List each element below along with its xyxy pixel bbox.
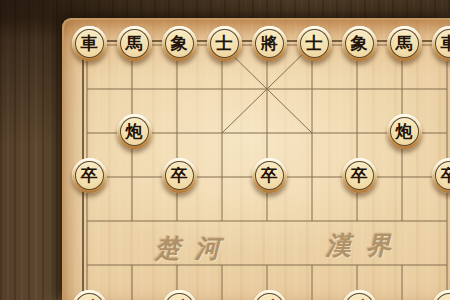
piece-black-advisor[interactable]: 士 <box>207 26 242 61</box>
piece-character: 將 <box>261 34 278 51</box>
piece-black-soldier[interactable]: 卒 <box>162 158 197 193</box>
piece-character: 卒 <box>441 166 450 183</box>
piece-face: 將 <box>255 29 284 58</box>
piece-face: 兵 <box>165 293 194 300</box>
piece-character: 炮 <box>126 122 143 139</box>
piece-character: 車 <box>441 34 450 51</box>
piece-face: 象 <box>345 29 374 58</box>
piece-character: 卒 <box>171 166 188 183</box>
board-grid <box>64 20 450 300</box>
piece-character: 士 <box>306 34 323 51</box>
piece-black-soldier[interactable]: 卒 <box>342 158 377 193</box>
piece-face: 士 <box>210 29 239 58</box>
piece-character: 炮 <box>396 122 413 139</box>
piece-character: 象 <box>171 34 188 51</box>
piece-black-horse[interactable]: 馬 <box>117 26 152 61</box>
piece-face: 卒 <box>255 161 284 190</box>
piece-black-soldier[interactable]: 卒 <box>252 158 287 193</box>
piece-black-soldier[interactable]: 卒 <box>72 158 107 193</box>
piece-face: 兵 <box>345 293 374 300</box>
piece-face: 馬 <box>120 29 149 58</box>
piece-black-general[interactable]: 將 <box>252 26 287 61</box>
piece-black-elephant[interactable]: 象 <box>162 26 197 61</box>
piece-face: 兵 <box>435 293 450 300</box>
piece-face: 炮 <box>120 117 149 146</box>
piece-black-cannon[interactable]: 炮 <box>117 114 152 149</box>
piece-face: 馬 <box>390 29 419 58</box>
piece-character: 卒 <box>81 166 98 183</box>
piece-character: 士 <box>216 34 233 51</box>
piece-face: 卒 <box>75 161 104 190</box>
piece-face: 兵 <box>255 293 284 300</box>
piece-character: 卒 <box>351 166 368 183</box>
xiangqi-board[interactable]: 楚河 漢界 車馬象士將士象馬車炮炮卒卒卒卒卒兵兵兵兵兵 <box>62 18 450 300</box>
piece-face: 炮 <box>390 117 419 146</box>
piece-face: 卒 <box>435 161 450 190</box>
piece-face: 象 <box>165 29 194 58</box>
piece-black-cannon[interactable]: 炮 <box>387 114 422 149</box>
piece-face: 士 <box>300 29 329 58</box>
piece-face: 兵 <box>75 293 104 300</box>
piece-face: 車 <box>435 29 450 58</box>
piece-face: 卒 <box>345 161 374 190</box>
piece-face: 車 <box>75 29 104 58</box>
piece-character: 卒 <box>261 166 278 183</box>
piece-character: 象 <box>351 34 368 51</box>
piece-black-chariot[interactable]: 車 <box>72 26 107 61</box>
piece-black-horse[interactable]: 馬 <box>387 26 422 61</box>
table-background: 楚河 漢界 車馬象士將士象馬車炮炮卒卒卒卒卒兵兵兵兵兵 <box>0 0 450 300</box>
piece-face: 卒 <box>165 161 194 190</box>
piece-character: 馬 <box>126 34 143 51</box>
piece-black-elephant[interactable]: 象 <box>342 26 377 61</box>
piece-character: 馬 <box>396 34 413 51</box>
piece-black-advisor[interactable]: 士 <box>297 26 332 61</box>
piece-character: 車 <box>81 34 98 51</box>
